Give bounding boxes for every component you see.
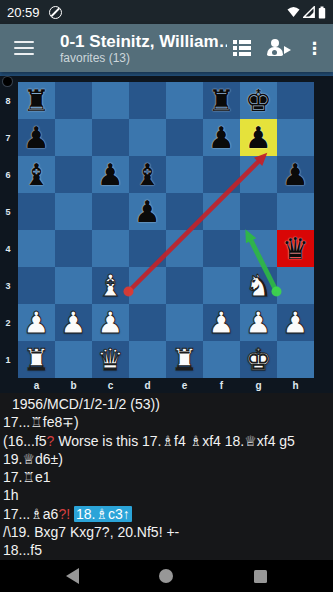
square-e3[interactable]	[166, 267, 203, 304]
chess-board[interactable]: ♜♜♚♟♟♟♝♟♝♟♟♛♝♞♟♟♟♟♟♟♜♛♜♚	[18, 82, 314, 378]
square-h1[interactable]	[277, 341, 314, 378]
piece-wP-h2: ♟	[282, 304, 309, 341]
square-h3[interactable]	[277, 267, 314, 304]
move-text[interactable]: 1956/MCD/1/2-1/2 (53))	[12, 396, 160, 412]
move-text[interactable]: /\19. Bxg7 Kxg7?, 20.Nf5! +-	[3, 524, 179, 540]
rank-label-7: 7	[0, 119, 16, 156]
square-d8[interactable]	[129, 82, 166, 119]
square-a5[interactable]	[18, 193, 55, 230]
square-a3[interactable]	[18, 267, 55, 304]
rank-label-4: 4	[0, 230, 16, 267]
piece-bP-d5: ♟	[134, 193, 161, 230]
square-f8[interactable]: ♜	[203, 82, 240, 119]
square-e8[interactable]	[166, 82, 203, 119]
piece-wP-b2: ♟	[60, 304, 87, 341]
board-area: 87654321 ♜♜♚♟♟♟♝♟♝♟♟♛♝♞♟♟♟♟♟♟♜♛♜♚ abcdef…	[0, 76, 333, 393]
square-f6[interactable]	[203, 156, 240, 193]
current-move[interactable]: 18.♗c3↑	[74, 506, 132, 522]
square-g2[interactable]: ♟	[240, 304, 277, 341]
square-b6[interactable]	[55, 156, 92, 193]
overflow-menu-icon[interactable]: ⋮	[306, 40, 323, 57]
square-e5[interactable]	[166, 193, 203, 230]
page-title: 0-1 Steinitz, William…	[60, 32, 227, 51]
engine-play-icon[interactable]	[266, 38, 291, 58]
status-icons	[287, 6, 326, 19]
appbar-actions: ⋮	[233, 38, 324, 58]
rank-label-3: 3	[0, 267, 16, 304]
signal-icon	[303, 6, 315, 18]
annotation-line-4[interactable]: 19.♕d6±)	[3, 450, 331, 468]
square-d5[interactable]: ♟	[129, 193, 166, 230]
square-c1[interactable]: ♛	[92, 341, 129, 378]
annotation-line-8[interactable]: /\19. Bxg7 Kxg7?, 20.Nf5! +-	[3, 523, 331, 541]
square-e4[interactable]	[166, 230, 203, 267]
piece-bK-g8: ♚	[245, 82, 272, 119]
piece-wB-c3: ♝	[97, 267, 124, 304]
move-text[interactable]: ?!	[58, 506, 70, 522]
square-f1[interactable]	[203, 341, 240, 378]
square-c5[interactable]	[92, 193, 129, 230]
file-label-e: e	[166, 378, 203, 393]
do-not-disturb-icon	[49, 6, 62, 19]
file-label-b: b	[55, 378, 92, 393]
annotation-line-6[interactable]: 1h	[3, 486, 331, 504]
file-label-h: h	[277, 378, 314, 393]
rank-label-5: 5	[0, 193, 16, 230]
square-b3[interactable]	[55, 267, 92, 304]
piece-bR-f8: ♜	[208, 82, 235, 119]
file-label-d: d	[129, 378, 166, 393]
piece-bP-c6: ♟	[97, 156, 124, 193]
moves-panel: 1956/MCD/1/2-1/2 (53))17...♖fe8∓)(16...f…	[0, 393, 333, 560]
square-f5[interactable]	[203, 193, 240, 230]
piece-wK-g1: ♚	[245, 341, 272, 378]
rank-label-2: 2	[0, 304, 16, 341]
move-text[interactable]: 19.♕d6±)	[3, 451, 63, 467]
square-d4[interactable]	[129, 230, 166, 267]
square-d1[interactable]	[129, 341, 166, 378]
piece-bP-a7: ♟	[23, 119, 50, 156]
square-e1[interactable]: ♜	[166, 341, 203, 378]
square-b5[interactable]	[55, 193, 92, 230]
file-label-g: g	[240, 378, 277, 393]
square-f2[interactable]: ♟	[203, 304, 240, 341]
piece-wP-c2: ♟	[97, 304, 124, 341]
square-b2[interactable]: ♟	[55, 304, 92, 341]
battery-icon	[318, 6, 326, 19]
square-c2[interactable]: ♟	[92, 304, 129, 341]
annotation-line-9[interactable]: 18...f5	[3, 541, 331, 559]
piece-wP-g2: ♟	[245, 304, 272, 341]
square-h4[interactable]: ♛	[277, 230, 314, 267]
page-subtitle: favorites (13)	[60, 51, 227, 65]
square-g8[interactable]: ♚	[240, 82, 277, 119]
game-list-icon[interactable]	[233, 40, 252, 56]
piece-bP-f7: ♟	[208, 119, 235, 156]
square-b8[interactable]	[55, 82, 92, 119]
square-a7[interactable]: ♟	[18, 119, 55, 156]
square-c3[interactable]: ♝	[92, 267, 129, 304]
piece-bP-h6: ♟	[282, 156, 309, 193]
square-h7[interactable]	[277, 119, 314, 156]
square-g4[interactable]	[240, 230, 277, 267]
square-e6[interactable]	[166, 156, 203, 193]
move-text[interactable]: 18...f5	[3, 542, 42, 558]
square-g3[interactable]: ♞	[240, 267, 277, 304]
recents-icon[interactable]	[254, 570, 267, 583]
square-e2[interactable]	[166, 304, 203, 341]
square-b7[interactable]	[55, 119, 92, 156]
file-label-f: f	[203, 378, 240, 393]
piece-bP-g7: ♟	[245, 119, 272, 156]
square-h2[interactable]: ♟	[277, 304, 314, 341]
piece-wR-e1: ♜	[171, 341, 198, 378]
move-text[interactable]: 1h	[3, 487, 19, 503]
move-text[interactable]: Worse is this 17.♗f4 ♗xf4 18.♕xf4 g5	[54, 433, 295, 449]
square-h8[interactable]	[277, 82, 314, 119]
square-d7[interactable]	[129, 119, 166, 156]
square-a6[interactable]: ♝	[18, 156, 55, 193]
square-d6[interactable]: ♝	[129, 156, 166, 193]
square-d2[interactable]	[129, 304, 166, 341]
square-c4[interactable]	[92, 230, 129, 267]
wifi-icon	[287, 6, 300, 18]
piece-wP-f2: ♟	[208, 304, 235, 341]
square-a2[interactable]: ♟	[18, 304, 55, 341]
piece-wR-a1: ♜	[23, 341, 50, 378]
status-bar: 20:59	[0, 0, 333, 24]
square-f3[interactable]	[203, 267, 240, 304]
app-bar: 0-1 Steinitz, William… favorites (13) ⋮	[0, 24, 333, 72]
annotation-line-3[interactable]: (16...f5? Worse is this 17.♗f4 ♗xf4 18.♕…	[3, 432, 331, 450]
hamburger-menu-icon[interactable]	[14, 41, 34, 56]
file-label-a: a	[18, 378, 55, 393]
square-d3[interactable]	[129, 267, 166, 304]
square-g5[interactable]	[240, 193, 277, 230]
file-labels: abcdefgh	[18, 378, 314, 393]
file-label-c: c	[92, 378, 129, 393]
title-block: 0-1 Steinitz, William… favorites (13)	[60, 32, 227, 65]
move-text[interactable]: 17.♖e1	[3, 469, 51, 485]
square-b1[interactable]	[55, 341, 92, 378]
square-f7[interactable]: ♟	[203, 119, 240, 156]
piece-bB-a6: ♝	[23, 156, 50, 193]
move-text[interactable]: 17...♗a6	[3, 506, 58, 522]
piece-wN-g3: ♞	[245, 267, 272, 304]
annotation-line-1[interactable]: 1956/MCD/1/2-1/2 (53))	[3, 395, 331, 413]
square-a4[interactable]	[18, 230, 55, 267]
move-text[interactable]: 17...♖fe8∓)	[3, 414, 79, 430]
square-g7[interactable]: ♟	[240, 119, 277, 156]
rank-label-1: 1	[0, 341, 16, 378]
home-icon[interactable]	[159, 569, 173, 583]
square-f4[interactable]	[203, 230, 240, 267]
square-h5[interactable]	[277, 193, 314, 230]
annotation-line-5[interactable]: 17.♖e1	[3, 468, 331, 486]
square-g6[interactable]	[240, 156, 277, 193]
piece-bQ-h4: ♛	[282, 230, 309, 267]
move-text[interactable]: (16...f5	[3, 433, 47, 449]
square-e7[interactable]	[166, 119, 203, 156]
square-c8[interactable]	[92, 82, 129, 119]
rank-label-8: 8	[0, 82, 16, 119]
piece-wP-a2: ♟	[23, 304, 50, 341]
square-c7[interactable]	[92, 119, 129, 156]
piece-bR-a8: ♜	[23, 82, 50, 119]
piece-wQ-c1: ♛	[97, 341, 124, 378]
clock: 20:59	[7, 5, 40, 20]
square-c6[interactable]: ♟	[92, 156, 129, 193]
android-nav-bar	[0, 560, 333, 592]
piece-bB-d6: ♝	[134, 156, 161, 193]
annotation-line-7[interactable]: 17...♗a6?! 18.♗c3↑	[3, 505, 331, 523]
square-g1[interactable]: ♚	[240, 341, 277, 378]
square-a1[interactable]: ♜	[18, 341, 55, 378]
square-b4[interactable]	[55, 230, 92, 267]
square-h6[interactable]: ♟	[277, 156, 314, 193]
back-icon[interactable]	[66, 568, 79, 584]
rank-label-6: 6	[0, 156, 16, 193]
square-a8[interactable]: ♜	[18, 82, 55, 119]
annotation-line-2[interactable]: 17...♖fe8∓)	[3, 413, 331, 431]
